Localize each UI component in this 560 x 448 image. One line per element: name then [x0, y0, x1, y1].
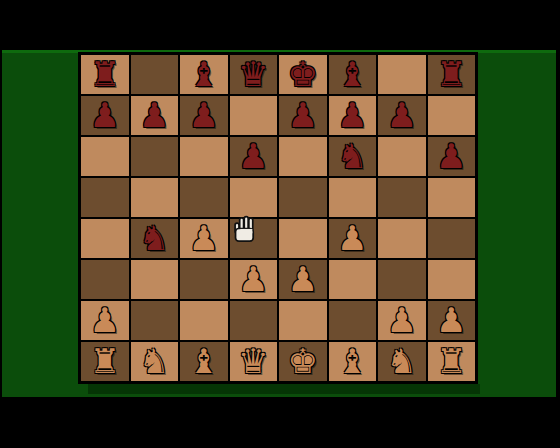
square-d8[interactable]: ♛ [230, 55, 278, 94]
white-bishop-piece[interactable]: ♝ [189, 342, 219, 381]
black-pawn-piece[interactable]: ♟ [288, 96, 318, 135]
square-e5[interactable] [279, 178, 327, 217]
square-f6[interactable]: ♞ [329, 137, 377, 176]
black-bishop-piece[interactable]: ♝ [189, 55, 219, 94]
square-e1[interactable]: ♚ [279, 342, 327, 381]
black-pawn-piece[interactable]: ♟ [387, 96, 417, 135]
white-rook-piece[interactable]: ♜ [436, 342, 466, 381]
white-pawn-piece[interactable]: ♟ [238, 260, 268, 299]
square-e3[interactable]: ♟ [279, 260, 327, 299]
black-pawn-piece[interactable]: ♟ [139, 96, 169, 135]
board-shadow [88, 384, 480, 394]
square-a2[interactable]: ♟ [81, 301, 129, 340]
square-g2[interactable]: ♟ [378, 301, 426, 340]
white-pawn-piece[interactable]: ♟ [189, 219, 219, 258]
square-c7[interactable]: ♟ [180, 96, 228, 135]
square-h4[interactable] [428, 219, 476, 258]
square-a5[interactable] [81, 178, 129, 217]
square-c3[interactable] [180, 260, 228, 299]
square-h7[interactable] [428, 96, 476, 135]
white-knight-piece[interactable]: ♞ [387, 342, 417, 381]
square-b2[interactable] [131, 301, 179, 340]
black-knight-piece[interactable]: ♞ [337, 137, 367, 176]
square-h2[interactable]: ♟ [428, 301, 476, 340]
black-king-piece[interactable]: ♚ [288, 55, 318, 94]
square-f1[interactable]: ♝ [329, 342, 377, 381]
square-b1[interactable]: ♞ [131, 342, 179, 381]
square-a7[interactable]: ♟ [81, 96, 129, 135]
square-d3[interactable]: ♟ [230, 260, 278, 299]
square-b6[interactable] [131, 137, 179, 176]
square-f5[interactable] [329, 178, 377, 217]
white-pawn-piece[interactable]: ♟ [288, 260, 318, 299]
square-f4[interactable]: ♟ [329, 219, 377, 258]
black-pawn-piece[interactable]: ♟ [436, 137, 466, 176]
square-h3[interactable] [428, 260, 476, 299]
square-d7[interactable] [230, 96, 278, 135]
square-c4[interactable]: ♟ [180, 219, 228, 258]
square-d5[interactable] [230, 178, 278, 217]
white-pawn-piece[interactable]: ♟ [387, 301, 417, 340]
black-knight-piece[interactable]: ♞ [139, 219, 169, 258]
square-b5[interactable] [131, 178, 179, 217]
square-b8[interactable] [131, 55, 179, 94]
black-rook-piece[interactable]: ♜ [90, 55, 120, 94]
square-d2[interactable] [230, 301, 278, 340]
square-g8[interactable] [378, 55, 426, 94]
square-a6[interactable] [81, 137, 129, 176]
square-e6[interactable] [279, 137, 327, 176]
square-b4[interactable]: ♞ [131, 219, 179, 258]
square-g1[interactable]: ♞ [378, 342, 426, 381]
square-c1[interactable]: ♝ [180, 342, 228, 381]
square-a4[interactable] [81, 219, 129, 258]
square-c5[interactable] [180, 178, 228, 217]
square-f8[interactable]: ♝ [329, 55, 377, 94]
white-pawn-piece[interactable]: ♟ [436, 301, 466, 340]
white-king-piece[interactable]: ♚ [288, 342, 318, 381]
square-g6[interactable] [378, 137, 426, 176]
square-c2[interactable] [180, 301, 228, 340]
black-pawn-piece[interactable]: ♟ [337, 96, 367, 135]
square-f2[interactable] [329, 301, 377, 340]
square-g7[interactable]: ♟ [378, 96, 426, 135]
square-e8[interactable]: ♚ [279, 55, 327, 94]
square-b7[interactable]: ♟ [131, 96, 179, 135]
black-rook-piece[interactable]: ♜ [436, 55, 466, 94]
square-c6[interactable] [180, 137, 228, 176]
square-b3[interactable] [131, 260, 179, 299]
square-a8[interactable]: ♜ [81, 55, 129, 94]
black-pawn-piece[interactable]: ♟ [238, 137, 268, 176]
square-d6[interactable]: ♟ [230, 137, 278, 176]
square-d4[interactable] [230, 219, 278, 258]
square-c8[interactable]: ♝ [180, 55, 228, 94]
square-f3[interactable] [329, 260, 377, 299]
square-e7[interactable]: ♟ [279, 96, 327, 135]
square-h6[interactable]: ♟ [428, 137, 476, 176]
square-g5[interactable] [378, 178, 426, 217]
black-pawn-piece[interactable]: ♟ [189, 96, 219, 135]
square-h8[interactable]: ♜ [428, 55, 476, 94]
square-e2[interactable] [279, 301, 327, 340]
game-window: ♜♝♛♚♝♜♟♟♟♟♟♟♟♞♟♞♟♟♟♟♟♟♟♜♞♝♛♚♝♞♜ [0, 0, 560, 448]
white-pawn-piece[interactable]: ♟ [90, 301, 120, 340]
white-queen-piece[interactable]: ♛ [238, 342, 268, 381]
square-h5[interactable] [428, 178, 476, 217]
square-a1[interactable]: ♜ [81, 342, 129, 381]
black-pawn-piece[interactable]: ♟ [90, 96, 120, 135]
square-f7[interactable]: ♟ [329, 96, 377, 135]
square-d1[interactable]: ♛ [230, 342, 278, 381]
square-a3[interactable] [81, 260, 129, 299]
square-g4[interactable] [378, 219, 426, 258]
square-g3[interactable] [378, 260, 426, 299]
chess-board: ♜♝♛♚♝♜♟♟♟♟♟♟♟♞♟♞♟♟♟♟♟♟♟♜♞♝♛♚♝♞♜ [78, 52, 478, 384]
white-pawn-piece[interactable]: ♟ [337, 219, 367, 258]
white-rook-piece[interactable]: ♜ [90, 342, 120, 381]
black-queen-piece[interactable]: ♛ [238, 55, 268, 94]
square-h1[interactable]: ♜ [428, 342, 476, 381]
white-bishop-piece[interactable]: ♝ [337, 342, 367, 381]
square-e4[interactable] [279, 219, 327, 258]
black-bishop-piece[interactable]: ♝ [337, 55, 367, 94]
white-knight-piece[interactable]: ♞ [139, 342, 169, 381]
